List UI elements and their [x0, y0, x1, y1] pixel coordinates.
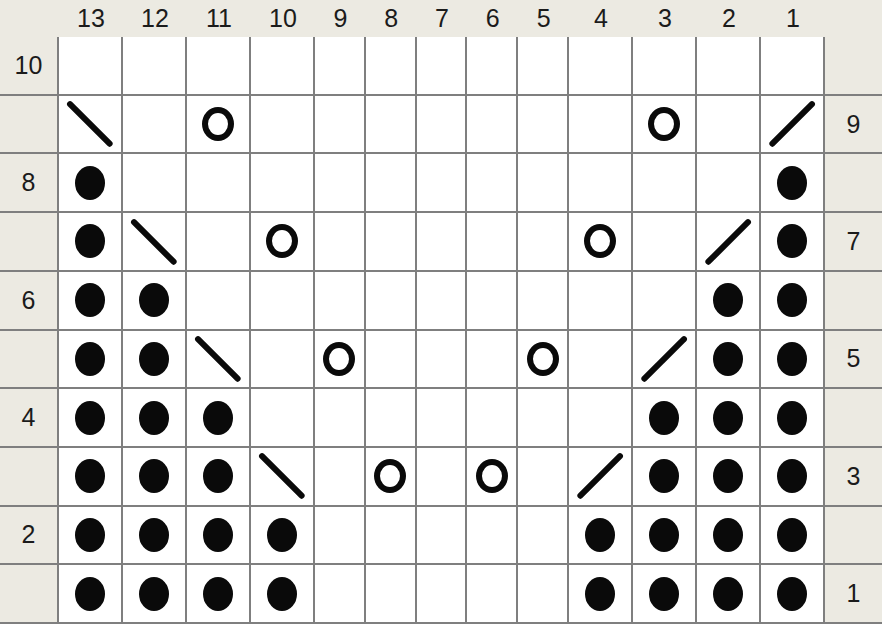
- chart-cell: [251, 507, 315, 566]
- row-label-right: [825, 154, 882, 213]
- filled-dot-symbol: [649, 459, 679, 493]
- chart-cell: [123, 507, 187, 566]
- filled-dot-symbol: [75, 518, 105, 552]
- filled-dot-symbol: [75, 166, 105, 200]
- chart-cell: [187, 448, 251, 507]
- chart-cell: [123, 448, 187, 507]
- filled-dot-symbol: [139, 518, 169, 552]
- row-label-right: [825, 507, 882, 566]
- filled-dot-symbol: [203, 401, 233, 435]
- chart-cell: [315, 507, 366, 566]
- chart-cell: [315, 565, 366, 624]
- chart-cell: [569, 389, 633, 448]
- row-label-left: 2: [0, 507, 59, 566]
- chart-cell: [417, 96, 468, 155]
- chart-cell: [417, 389, 468, 448]
- chart-cell: [697, 96, 761, 155]
- filled-dot-symbol: [203, 577, 233, 611]
- chart-cell: [315, 96, 366, 155]
- filled-dot-symbol: [203, 459, 233, 493]
- chart-cell: [697, 331, 761, 390]
- chart-cell: [467, 37, 518, 96]
- chart-cell: [59, 37, 123, 96]
- chart-cell: [366, 448, 417, 507]
- chart-cell: [569, 272, 633, 331]
- chart-cell: [569, 154, 633, 213]
- filled-dot-symbol: [649, 577, 679, 611]
- filled-dot-symbol: [713, 577, 743, 611]
- filled-dot-symbol: [777, 518, 807, 552]
- chart-cell: [366, 37, 417, 96]
- row-label-right: 9: [825, 96, 882, 155]
- filled-dot-symbol: [203, 518, 233, 552]
- open-circle-symbol: [584, 224, 616, 258]
- filled-dot-symbol: [777, 224, 807, 258]
- filled-dot-symbol: [713, 518, 743, 552]
- open-circle-symbol: [527, 342, 559, 376]
- chart-cell: [697, 389, 761, 448]
- knitting-chart: 1312111098765432110987654321: [0, 0, 882, 624]
- column-label: 12: [123, 0, 187, 37]
- chart-cell: [761, 213, 825, 272]
- chart-cell: [315, 37, 366, 96]
- row-label-left: 4: [0, 389, 59, 448]
- column-label: 6: [467, 0, 518, 37]
- chart-cell: [569, 331, 633, 390]
- chart-cell: [251, 565, 315, 624]
- open-circle-symbol: [648, 107, 680, 141]
- filled-dot-symbol: [75, 459, 105, 493]
- chart-cell: [633, 213, 697, 272]
- chart-cell: [417, 331, 468, 390]
- chart-cell: [518, 96, 569, 155]
- chart-cell: [761, 331, 825, 390]
- chart-cell: [697, 272, 761, 331]
- right-diagonal-symbol: [576, 452, 624, 500]
- chart-cell: [467, 389, 518, 448]
- chart-cell: [633, 331, 697, 390]
- filled-dot-symbol: [777, 459, 807, 493]
- chart-cell: [123, 37, 187, 96]
- chart-cell: [123, 154, 187, 213]
- chart-cell: [761, 565, 825, 624]
- chart-cell: [697, 507, 761, 566]
- chart-cell: [417, 507, 468, 566]
- chart-cell: [697, 37, 761, 96]
- chart-cell: [251, 389, 315, 448]
- chart-cell: [633, 154, 697, 213]
- open-circle-symbol: [374, 459, 406, 493]
- filled-dot-symbol: [713, 401, 743, 435]
- chart-cell: [187, 331, 251, 390]
- row-label-left: [0, 565, 59, 624]
- row-label-left: 8: [0, 154, 59, 213]
- filled-dot-symbol: [75, 342, 105, 376]
- chart-cell: [467, 448, 518, 507]
- chart-cell: [123, 331, 187, 390]
- column-label: 5: [518, 0, 569, 37]
- chart-cell: [417, 565, 468, 624]
- chart-cell: [633, 96, 697, 155]
- chart-cell: [697, 154, 761, 213]
- chart-cell: [366, 331, 417, 390]
- chart-cell: [697, 213, 761, 272]
- chart-cell: [59, 154, 123, 213]
- filled-dot-symbol: [713, 342, 743, 376]
- corner-top-left: [0, 0, 59, 37]
- chart-cell: [123, 213, 187, 272]
- chart-cell: [59, 389, 123, 448]
- row-label-left: [0, 213, 59, 272]
- chart-cell: [315, 389, 366, 448]
- chart-cell: [251, 213, 315, 272]
- chart-cell: [467, 154, 518, 213]
- chart-cell: [761, 154, 825, 213]
- open-circle-symbol: [202, 107, 234, 141]
- chart-cell: [633, 389, 697, 448]
- chart-cell: [633, 507, 697, 566]
- filled-dot-symbol: [585, 577, 615, 611]
- chart-cell: [518, 37, 569, 96]
- filled-dot-symbol: [585, 518, 615, 552]
- chart-cell: [366, 272, 417, 331]
- corner-top-right: [825, 0, 882, 37]
- chart-cell: [518, 389, 569, 448]
- chart-cell: [315, 154, 366, 213]
- filled-dot-symbol: [713, 283, 743, 317]
- chart-cell: [569, 96, 633, 155]
- chart-cell: [187, 96, 251, 155]
- chart-cell: [315, 331, 366, 390]
- filled-dot-symbol: [139, 342, 169, 376]
- chart-cell: [251, 96, 315, 155]
- filled-dot-symbol: [777, 166, 807, 200]
- row-label-right: [825, 389, 882, 448]
- column-label: 8: [366, 0, 417, 37]
- filled-dot-symbol: [139, 459, 169, 493]
- column-label: 9: [315, 0, 366, 37]
- left-diagonal-symbol: [258, 452, 306, 500]
- row-label-left: 6: [0, 272, 59, 331]
- column-label: 4: [569, 0, 633, 37]
- chart-cell: [417, 272, 468, 331]
- chart-cell: [467, 565, 518, 624]
- filled-dot-symbol: [777, 283, 807, 317]
- chart-cell: [569, 37, 633, 96]
- filled-dot-symbol: [713, 459, 743, 493]
- chart-cell: [59, 565, 123, 624]
- chart-cell: [633, 448, 697, 507]
- row-label-right: 3: [825, 448, 882, 507]
- chart-cell: [251, 37, 315, 96]
- chart-cell: [59, 507, 123, 566]
- chart-cell: [366, 154, 417, 213]
- chart-cell: [59, 96, 123, 155]
- chart-cell: [761, 389, 825, 448]
- filled-dot-symbol: [777, 342, 807, 376]
- left-diagonal-symbol: [130, 218, 178, 266]
- chart-cell: [761, 507, 825, 566]
- chart-cell: [366, 96, 417, 155]
- filled-dot-symbol: [777, 577, 807, 611]
- row-label-right: 5: [825, 331, 882, 390]
- chart-cell: [123, 565, 187, 624]
- chart-cell: [315, 213, 366, 272]
- right-diagonal-symbol: [704, 218, 752, 266]
- chart-cell: [467, 331, 518, 390]
- row-label-right: 1: [825, 565, 882, 624]
- chart-cell: [569, 448, 633, 507]
- chart-cell: [761, 37, 825, 96]
- row-label-left: [0, 331, 59, 390]
- row-label-right: 7: [825, 213, 882, 272]
- filled-dot-symbol: [649, 518, 679, 552]
- filled-dot-symbol: [75, 401, 105, 435]
- chart-cell: [366, 213, 417, 272]
- chart-cell: [187, 272, 251, 331]
- column-label: 3: [633, 0, 697, 37]
- row-label-left: [0, 96, 59, 155]
- chart-cell: [518, 448, 569, 507]
- chart-cell: [761, 272, 825, 331]
- chart-cell: [251, 448, 315, 507]
- chart-cell: [59, 213, 123, 272]
- chart-cell: [251, 331, 315, 390]
- chart-cell: [467, 96, 518, 155]
- chart-cell: [123, 96, 187, 155]
- column-label: 2: [697, 0, 761, 37]
- chart-cell: [187, 37, 251, 96]
- chart-cell: [761, 96, 825, 155]
- chart-cell: [697, 448, 761, 507]
- chart-cell: [366, 565, 417, 624]
- chart-cell: [569, 213, 633, 272]
- chart-cell: [123, 272, 187, 331]
- chart-cell: [697, 565, 761, 624]
- column-label: 11: [187, 0, 251, 37]
- row-label-right: [825, 37, 882, 96]
- chart-cell: [187, 389, 251, 448]
- open-circle-symbol: [476, 459, 508, 493]
- chart-cell: [59, 331, 123, 390]
- chart-cell: [251, 154, 315, 213]
- chart-cell: [59, 448, 123, 507]
- filled-dot-symbol: [139, 401, 169, 435]
- row-label-left: 10: [0, 37, 59, 96]
- chart-cell: [187, 507, 251, 566]
- chart-cell: [251, 272, 315, 331]
- chart-cell: [518, 507, 569, 566]
- chart-cell: [518, 331, 569, 390]
- chart-cell: [518, 272, 569, 331]
- open-circle-symbol: [266, 224, 298, 258]
- chart-cell: [187, 565, 251, 624]
- chart-cell: [569, 565, 633, 624]
- filled-dot-symbol: [649, 401, 679, 435]
- filled-dot-symbol: [267, 577, 297, 611]
- column-label: 10: [251, 0, 315, 37]
- chart-cell: [467, 272, 518, 331]
- chart-cell: [761, 448, 825, 507]
- chart-cell: [366, 389, 417, 448]
- column-label: 7: [417, 0, 468, 37]
- chart-cell: [59, 272, 123, 331]
- filled-dot-symbol: [777, 401, 807, 435]
- chart-cell: [417, 37, 468, 96]
- left-diagonal-symbol: [194, 335, 242, 383]
- column-label: 1: [761, 0, 825, 37]
- chart-cell: [187, 213, 251, 272]
- chart-cell: [518, 565, 569, 624]
- filled-dot-symbol: [267, 518, 297, 552]
- chart-cell: [633, 565, 697, 624]
- open-circle-symbol: [323, 342, 355, 376]
- chart-cell: [315, 272, 366, 331]
- filled-dot-symbol: [75, 224, 105, 258]
- chart-cell: [633, 37, 697, 96]
- chart-cell: [417, 213, 468, 272]
- chart-cell: [417, 448, 468, 507]
- chart-cell: [366, 507, 417, 566]
- chart-cell: [569, 507, 633, 566]
- chart-cell: [315, 448, 366, 507]
- right-diagonal-symbol: [768, 100, 816, 148]
- chart-cell: [467, 213, 518, 272]
- chart-cell: [187, 154, 251, 213]
- filled-dot-symbol: [139, 283, 169, 317]
- filled-dot-symbol: [75, 283, 105, 317]
- column-label: 13: [59, 0, 123, 37]
- filled-dot-symbol: [75, 577, 105, 611]
- chart-cell: [518, 213, 569, 272]
- chart-cell: [518, 154, 569, 213]
- chart-cell: [467, 507, 518, 566]
- row-label-left: [0, 448, 59, 507]
- chart-cell: [123, 389, 187, 448]
- chart-cell: [633, 272, 697, 331]
- filled-dot-symbol: [139, 577, 169, 611]
- chart-cell: [417, 154, 468, 213]
- right-diagonal-symbol: [640, 335, 688, 383]
- left-diagonal-symbol: [66, 100, 114, 148]
- row-label-right: [825, 272, 882, 331]
